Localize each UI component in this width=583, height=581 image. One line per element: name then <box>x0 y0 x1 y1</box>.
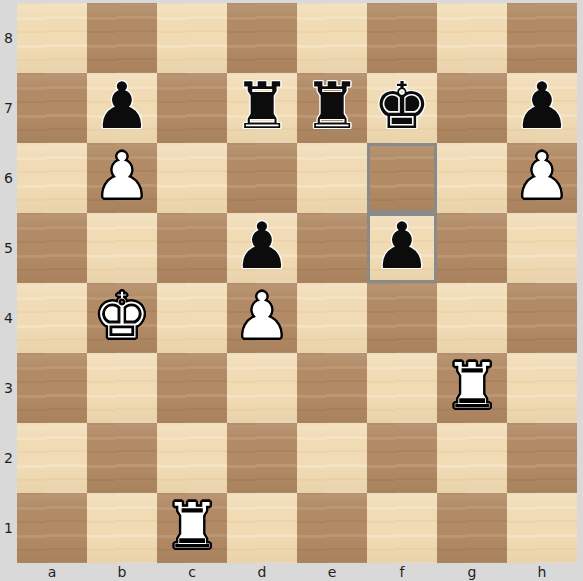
square-d2[interactable] <box>227 423 297 493</box>
square-c5[interactable] <box>157 213 227 283</box>
square-c2[interactable] <box>157 423 227 493</box>
square-a8[interactable] <box>17 3 87 73</box>
square-a5[interactable] <box>17 213 87 283</box>
square-a2[interactable] <box>17 423 87 493</box>
square-b6[interactable]: ♟ <box>87 143 157 213</box>
chess-board[interactable]: ♟♜♜♚♟♟♟♟♟♚♟♜♜ <box>17 3 577 563</box>
rank-label-7: 7 <box>0 73 17 143</box>
black-rook-d7[interactable]: ♜ <box>233 74 290 138</box>
file-label-f: f <box>367 563 437 581</box>
square-h6[interactable]: ♟ <box>507 143 577 213</box>
square-c8[interactable] <box>157 3 227 73</box>
black-king-f7[interactable]: ♚ <box>373 74 430 138</box>
square-c1[interactable]: ♜ <box>157 493 227 563</box>
black-pawn-f5[interactable]: ♟ <box>373 214 430 278</box>
white-king-b4[interactable]: ♚ <box>93 284 150 348</box>
file-labels: abcdefgh <box>17 563 577 581</box>
square-h8[interactable] <box>507 3 577 73</box>
square-d7[interactable]: ♜ <box>227 73 297 143</box>
square-b8[interactable] <box>87 3 157 73</box>
square-d3[interactable] <box>227 353 297 423</box>
file-label-c: c <box>157 563 227 581</box>
square-e5[interactable] <box>297 213 367 283</box>
square-e8[interactable] <box>297 3 367 73</box>
file-label-a: a <box>17 563 87 581</box>
square-f5[interactable]: ♟ <box>367 213 437 283</box>
rank-label-2: 2 <box>0 423 17 493</box>
white-rook-c1[interactable]: ♜ <box>163 494 220 558</box>
square-c4[interactable] <box>157 283 227 353</box>
black-rook-e7[interactable]: ♜ <box>303 74 360 138</box>
square-h5[interactable] <box>507 213 577 283</box>
square-g1[interactable] <box>437 493 507 563</box>
square-a4[interactable] <box>17 283 87 353</box>
square-b7[interactable]: ♟ <box>87 73 157 143</box>
square-c6[interactable] <box>157 143 227 213</box>
file-label-b: b <box>87 563 157 581</box>
black-pawn-h7[interactable]: ♟ <box>513 74 570 138</box>
rank-label-6: 6 <box>0 143 17 213</box>
square-a7[interactable] <box>17 73 87 143</box>
square-g6[interactable] <box>437 143 507 213</box>
square-d4[interactable]: ♟ <box>227 283 297 353</box>
square-h2[interactable] <box>507 423 577 493</box>
white-pawn-b6[interactable]: ♟ <box>93 144 150 208</box>
square-e3[interactable] <box>297 353 367 423</box>
square-e4[interactable] <box>297 283 367 353</box>
square-g7[interactable] <box>437 73 507 143</box>
square-d1[interactable] <box>227 493 297 563</box>
square-b3[interactable] <box>87 353 157 423</box>
white-pawn-h6[interactable]: ♟ <box>513 144 570 208</box>
square-d6[interactable] <box>227 143 297 213</box>
square-h3[interactable] <box>507 353 577 423</box>
chess-app: 87654321 ♟♜♜♚♟♟♟♟♟♚♟♜♜ abcdefgh <box>0 0 583 581</box>
square-b2[interactable] <box>87 423 157 493</box>
rank-label-5: 5 <box>0 213 17 283</box>
square-f1[interactable] <box>367 493 437 563</box>
rank-label-4: 4 <box>0 283 17 353</box>
square-e7[interactable]: ♜ <box>297 73 367 143</box>
square-h1[interactable] <box>507 493 577 563</box>
square-g5[interactable] <box>437 213 507 283</box>
square-g2[interactable] <box>437 423 507 493</box>
rank-label-8: 8 <box>0 3 17 73</box>
white-pawn-d4[interactable]: ♟ <box>233 284 290 348</box>
square-d8[interactable] <box>227 3 297 73</box>
square-f2[interactable] <box>367 423 437 493</box>
rank-label-1: 1 <box>0 493 17 563</box>
square-h4[interactable] <box>507 283 577 353</box>
square-c7[interactable] <box>157 73 227 143</box>
square-f6[interactable] <box>367 143 437 213</box>
square-e6[interactable] <box>297 143 367 213</box>
white-rook-g3[interactable]: ♜ <box>443 354 500 418</box>
square-a6[interactable] <box>17 143 87 213</box>
file-label-d: d <box>227 563 297 581</box>
file-label-e: e <box>297 563 367 581</box>
square-b1[interactable] <box>87 493 157 563</box>
square-d5[interactable]: ♟ <box>227 213 297 283</box>
square-g8[interactable] <box>437 3 507 73</box>
square-b5[interactable] <box>87 213 157 283</box>
square-h7[interactable]: ♟ <box>507 73 577 143</box>
square-a1[interactable] <box>17 493 87 563</box>
square-f7[interactable]: ♚ <box>367 73 437 143</box>
file-label-h: h <box>507 563 577 581</box>
rank-labels: 87654321 <box>0 3 17 563</box>
black-pawn-b7[interactable]: ♟ <box>93 74 150 138</box>
black-pawn-d5[interactable]: ♟ <box>233 214 290 278</box>
square-g3[interactable]: ♜ <box>437 353 507 423</box>
square-b4[interactable]: ♚ <box>87 283 157 353</box>
square-e1[interactable] <box>297 493 367 563</box>
square-e2[interactable] <box>297 423 367 493</box>
square-g4[interactable] <box>437 283 507 353</box>
square-f4[interactable] <box>367 283 437 353</box>
square-f8[interactable] <box>367 3 437 73</box>
file-label-g: g <box>437 563 507 581</box>
rank-label-3: 3 <box>0 353 17 423</box>
square-f3[interactable] <box>367 353 437 423</box>
square-c3[interactable] <box>157 353 227 423</box>
square-a3[interactable] <box>17 353 87 423</box>
